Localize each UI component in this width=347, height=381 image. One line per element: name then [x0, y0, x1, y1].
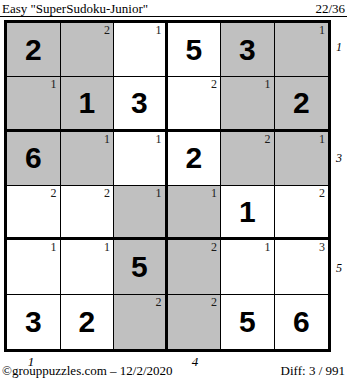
- given-digit: 1: [78, 88, 95, 118]
- corner-mark: 1: [319, 23, 325, 38]
- cell-r4c1[interactable]: 2: [7, 186, 61, 240]
- sudoku-grid: 221531113212611221221112115213322256: [4, 20, 331, 352]
- corner-mark: 1: [51, 240, 57, 255]
- corner-mark: 2: [51, 186, 57, 201]
- given-digit: 3: [239, 35, 256, 65]
- cell-r4c2[interactable]: 2: [61, 186, 115, 240]
- corner-mark: 2: [319, 186, 325, 201]
- cell-r3c3[interactable]: 1: [114, 132, 168, 186]
- corner-mark: 2: [211, 77, 217, 92]
- cell-r3c5[interactable]: 2: [221, 132, 275, 186]
- row-label-5: 5: [336, 261, 342, 276]
- cell-r1c2[interactable]: 2: [61, 23, 115, 77]
- cell-r6c6[interactable]: 6: [275, 295, 329, 349]
- cell-r4c3[interactable]: 1: [114, 186, 168, 240]
- cell-r5c5[interactable]: 1: [221, 240, 275, 294]
- cell-r5c2[interactable]: 1: [61, 240, 115, 294]
- corner-mark: 1: [319, 132, 325, 147]
- cell-r6c1[interactable]: 3: [7, 295, 61, 349]
- corner-mark: 1: [104, 240, 110, 255]
- cell-r5c1[interactable]: 1: [7, 240, 61, 294]
- corner-mark: 1: [156, 186, 162, 201]
- cell-r5c3[interactable]: 5: [114, 240, 168, 294]
- cell-r2c1[interactable]: 1: [7, 77, 61, 131]
- corner-mark: 2: [265, 132, 271, 147]
- given-digit: 6: [293, 307, 310, 337]
- cell-r2c4[interactable]: 2: [168, 77, 222, 131]
- cell-r1c6[interactable]: 1: [275, 23, 329, 77]
- corner-mark: 1: [104, 132, 110, 147]
- cell-r6c3[interactable]: 2: [114, 295, 168, 349]
- corner-mark: 2: [211, 295, 217, 310]
- corner-mark: 3: [319, 240, 325, 255]
- cell-r5c6[interactable]: 3: [275, 240, 329, 294]
- given-digit: 2: [185, 143, 202, 173]
- cell-r6c2[interactable]: 2: [61, 295, 115, 349]
- cell-r6c5[interactable]: 5: [221, 295, 275, 349]
- corner-mark: 1: [265, 77, 271, 92]
- given-digit: 3: [25, 307, 42, 337]
- given-digit: 6: [25, 143, 42, 173]
- corner-mark: 1: [265, 240, 271, 255]
- header-divider: [0, 16, 347, 17]
- cell-r2c3[interactable]: 3: [114, 77, 168, 131]
- given-digit: 5: [131, 252, 148, 282]
- cell-r3c2[interactable]: 1: [61, 132, 115, 186]
- difficulty-text: Diff: 3 / 991: [281, 363, 345, 379]
- cell-r1c5[interactable]: 3: [221, 23, 275, 77]
- cell-r2c2[interactable]: 1: [61, 77, 115, 131]
- cell-r2c5[interactable]: 1: [221, 77, 275, 131]
- cell-r1c4[interactable]: 5: [168, 23, 222, 77]
- corner-mark: 1: [156, 132, 162, 147]
- cell-r3c4[interactable]: 2: [168, 132, 222, 186]
- given-digit: 5: [185, 35, 202, 65]
- cell-r4c6[interactable]: 2: [275, 186, 329, 240]
- cell-r4c4[interactable]: 1: [168, 186, 222, 240]
- given-digit: 2: [25, 35, 42, 65]
- empty-cell-counter: 22/36: [315, 1, 345, 17]
- cell-r6c4[interactable]: 2: [168, 295, 222, 349]
- corner-mark: 1: [211, 186, 217, 201]
- puzzle-title: Easy "SuperSudoku-Junior": [2, 1, 148, 17]
- cell-r4c5[interactable]: 1: [221, 186, 275, 240]
- cell-r3c6[interactable]: 1: [275, 132, 329, 186]
- corner-mark: 2: [104, 186, 110, 201]
- cell-r3c1[interactable]: 6: [7, 132, 61, 186]
- given-digit: 2: [293, 88, 310, 118]
- corner-mark: 1: [51, 77, 57, 92]
- row-label-1: 1: [336, 40, 342, 55]
- corner-mark: 1: [156, 23, 162, 38]
- corner-mark: 2: [104, 23, 110, 38]
- given-digit: 5: [239, 307, 256, 337]
- row-label-3: 3: [336, 151, 342, 166]
- corner-mark: 2: [211, 240, 217, 255]
- given-digit: 1: [239, 197, 256, 227]
- cell-r2c6[interactable]: 2: [275, 77, 329, 131]
- given-digit: 3: [131, 88, 148, 118]
- given-digit: 2: [78, 307, 95, 337]
- cell-r5c4[interactable]: 2: [168, 240, 222, 294]
- col-label-4: 4: [192, 354, 199, 370]
- cell-r1c1[interactable]: 2: [7, 23, 61, 77]
- corner-mark: 2: [156, 295, 162, 310]
- cell-r1c3[interactable]: 1: [114, 23, 168, 77]
- copyright-date-text: ©grouppuzzles.com – 12/2/2020: [2, 363, 173, 379]
